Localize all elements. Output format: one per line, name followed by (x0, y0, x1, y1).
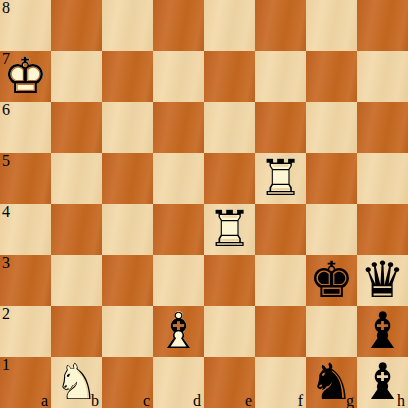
square-d2[interactable]: ♝♗ (153, 306, 204, 357)
square-d7[interactable] (153, 51, 204, 102)
rank-label-2: 2 (2, 305, 10, 323)
piece-outline: ♖ (204, 204, 255, 255)
square-d4[interactable] (153, 204, 204, 255)
rank-label-6: 6 (2, 101, 10, 119)
rank-label-3: 3 (2, 254, 10, 272)
square-f2[interactable] (255, 306, 306, 357)
file-label-a: a (41, 392, 48, 408)
square-e7[interactable] (204, 51, 255, 102)
square-h1[interactable]: h♝ (357, 357, 408, 408)
square-a1[interactable]: 1a (0, 357, 51, 408)
square-b7[interactable] (51, 51, 102, 102)
square-h8[interactable] (357, 0, 408, 51)
piece-glyph: ♝ (357, 306, 408, 357)
square-a5[interactable]: 5 (0, 153, 51, 204)
square-g3[interactable]: ♚ (306, 255, 357, 306)
black-king[interactable]: ♚ (306, 255, 357, 306)
square-d5[interactable] (153, 153, 204, 204)
square-e1[interactable]: e (204, 357, 255, 408)
square-c3[interactable] (102, 255, 153, 306)
rank-label-4: 4 (2, 203, 10, 221)
square-f5[interactable]: ♜♖ (255, 153, 306, 204)
square-h4[interactable] (357, 204, 408, 255)
square-g8[interactable] (306, 0, 357, 51)
square-e8[interactable] (204, 0, 255, 51)
square-a6[interactable]: 6 (0, 102, 51, 153)
square-a2[interactable]: 2 (0, 306, 51, 357)
file-label-f: f (298, 392, 303, 408)
black-bishop[interactable]: ♝ (357, 306, 408, 357)
square-e4[interactable]: ♜♖ (204, 204, 255, 255)
piece-outline: ♗ (153, 306, 204, 357)
square-e2[interactable] (204, 306, 255, 357)
square-a4[interactable]: 4 (0, 204, 51, 255)
square-c6[interactable] (102, 102, 153, 153)
square-b2[interactable] (51, 306, 102, 357)
rank-label-1: 1 (2, 356, 10, 374)
square-a7[interactable]: 7♚♔ (0, 51, 51, 102)
square-c8[interactable] (102, 0, 153, 51)
square-d1[interactable]: d (153, 357, 204, 408)
file-label-g: g (346, 392, 354, 408)
square-f3[interactable] (255, 255, 306, 306)
rank-label-5: 5 (2, 152, 10, 170)
square-e3[interactable] (204, 255, 255, 306)
file-label-h: h (397, 392, 405, 408)
chess-board: 87♚♔65♜♖4♜♖3♚♛2♝♗♝1ab♞♘cdefg♞h♝ (0, 0, 408, 408)
file-label-b: b (91, 392, 99, 408)
square-g7[interactable] (306, 51, 357, 102)
square-d3[interactable] (153, 255, 204, 306)
square-d6[interactable] (153, 102, 204, 153)
square-h3[interactable]: ♛ (357, 255, 408, 306)
square-e5[interactable] (204, 153, 255, 204)
piece-glyph: ♚ (306, 255, 357, 306)
square-b3[interactable] (51, 255, 102, 306)
square-d8[interactable] (153, 0, 204, 51)
square-b6[interactable] (51, 102, 102, 153)
square-f4[interactable] (255, 204, 306, 255)
square-e6[interactable] (204, 102, 255, 153)
square-f8[interactable] (255, 0, 306, 51)
square-c5[interactable] (102, 153, 153, 204)
rank-label-8: 8 (2, 0, 10, 17)
square-f6[interactable] (255, 102, 306, 153)
square-h6[interactable] (357, 102, 408, 153)
piece-outline: ♖ (255, 153, 306, 204)
file-label-d: d (193, 392, 201, 408)
square-c4[interactable] (102, 204, 153, 255)
square-c2[interactable] (102, 306, 153, 357)
square-c1[interactable]: c (102, 357, 153, 408)
square-b1[interactable]: b♞♘ (51, 357, 102, 408)
black-queen[interactable]: ♛ (357, 255, 408, 306)
square-g5[interactable] (306, 153, 357, 204)
white-rook[interactable]: ♜♖ (255, 153, 306, 204)
square-b5[interactable] (51, 153, 102, 204)
square-h5[interactable] (357, 153, 408, 204)
square-g4[interactable] (306, 204, 357, 255)
square-h7[interactable] (357, 51, 408, 102)
square-g1[interactable]: g♞ (306, 357, 357, 408)
file-label-e: e (245, 392, 252, 408)
piece-glyph: ♛ (357, 255, 408, 306)
square-a8[interactable]: 8 (0, 0, 51, 51)
square-g6[interactable] (306, 102, 357, 153)
square-f7[interactable] (255, 51, 306, 102)
square-c7[interactable] (102, 51, 153, 102)
file-label-c: c (143, 392, 150, 408)
square-a3[interactable]: 3 (0, 255, 51, 306)
white-rook[interactable]: ♜♖ (204, 204, 255, 255)
square-f1[interactable]: f (255, 357, 306, 408)
rank-label-7: 7 (2, 50, 10, 68)
white-bishop[interactable]: ♝♗ (153, 306, 204, 357)
square-h2[interactable]: ♝ (357, 306, 408, 357)
square-g2[interactable] (306, 306, 357, 357)
square-b4[interactable] (51, 204, 102, 255)
square-b8[interactable] (51, 0, 102, 51)
